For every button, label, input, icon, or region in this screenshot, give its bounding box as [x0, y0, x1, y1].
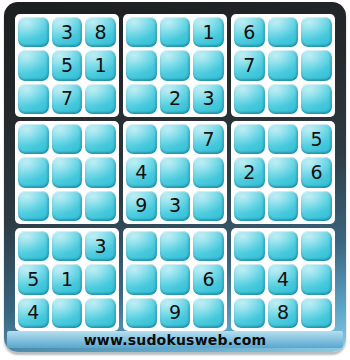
cell-r8c7[interactable]: [234, 264, 265, 294]
cell-r8c5[interactable]: [160, 264, 191, 294]
cell-r3c1[interactable]: [18, 84, 49, 114]
box-6: 526: [231, 121, 335, 224]
box-5: 7493: [123, 121, 227, 224]
cell-r2c2[interactable]: 5: [52, 50, 83, 80]
cell-r6c3[interactable]: [85, 191, 116, 221]
cell-r5c8[interactable]: [268, 157, 299, 187]
cell-r2c9[interactable]: [301, 50, 332, 80]
cell-r4c6[interactable]: 7: [193, 124, 224, 154]
cell-r5c2[interactable]: [52, 157, 83, 187]
cell-r4c1[interactable]: [18, 124, 49, 154]
cell-r4c5[interactable]: [160, 124, 191, 154]
cell-r4c7[interactable]: [234, 124, 265, 154]
cell-r8c2[interactable]: 1: [52, 264, 83, 294]
cell-r4c3[interactable]: [85, 124, 116, 154]
cell-r9c8[interactable]: 8: [268, 298, 299, 328]
cell-r6c9[interactable]: [301, 191, 332, 221]
sudoku-panel: 3851712367749352635146948 www.sudokusweb…: [4, 2, 346, 352]
cell-r7c6[interactable]: [193, 231, 224, 261]
cell-r2c5[interactable]: [160, 50, 191, 80]
cell-r6c2[interactable]: [52, 191, 83, 221]
cell-r3c9[interactable]: [301, 84, 332, 114]
cell-r1c6[interactable]: 1: [193, 17, 224, 47]
cell-r5c7[interactable]: 2: [234, 157, 265, 187]
cell-r9c6[interactable]: [193, 298, 224, 328]
cell-r7c2[interactable]: [52, 231, 83, 261]
cell-r3c3[interactable]: [85, 84, 116, 114]
cell-r9c7[interactable]: [234, 298, 265, 328]
cell-r1c2[interactable]: 3: [52, 17, 83, 47]
cell-r7c7[interactable]: [234, 231, 265, 261]
cell-r2c7[interactable]: 7: [234, 50, 265, 80]
box-2: 123: [123, 14, 227, 117]
cell-r2c3[interactable]: 1: [85, 50, 116, 80]
cell-r5c5[interactable]: [160, 157, 191, 187]
cell-r4c9[interactable]: 5: [301, 124, 332, 154]
cell-r9c3[interactable]: [85, 298, 116, 328]
cell-r7c5[interactable]: [160, 231, 191, 261]
cell-r1c9[interactable]: [301, 17, 332, 47]
cell-r2c4[interactable]: [126, 50, 157, 80]
box-3: 67: [231, 14, 335, 117]
cell-r4c2[interactable]: [52, 124, 83, 154]
cell-r1c1[interactable]: [18, 17, 49, 47]
cell-r8c3[interactable]: [85, 264, 116, 294]
cell-r5c6[interactable]: [193, 157, 224, 187]
cell-r4c4[interactable]: [126, 124, 157, 154]
cell-r3c8[interactable]: [268, 84, 299, 114]
cell-r6c1[interactable]: [18, 191, 49, 221]
cell-r1c3[interactable]: 8: [85, 17, 116, 47]
sudoku-board: 3851712367749352635146948: [15, 14, 335, 331]
cell-r1c4[interactable]: [126, 17, 157, 47]
cell-r8c8[interactable]: 4: [268, 264, 299, 294]
cell-r7c1[interactable]: [18, 231, 49, 261]
cell-r8c1[interactable]: 5: [18, 264, 49, 294]
box-8: 69: [123, 228, 227, 331]
cell-r6c5[interactable]: 3: [160, 191, 191, 221]
cell-r6c6[interactable]: [193, 191, 224, 221]
box-4: [15, 121, 119, 224]
cell-r3c6[interactable]: 3: [193, 84, 224, 114]
footer-band: www.sudokusweb.com: [7, 331, 343, 348]
cell-r2c8[interactable]: [268, 50, 299, 80]
cell-r7c4[interactable]: [126, 231, 157, 261]
cell-r6c7[interactable]: [234, 191, 265, 221]
sudoku-page: 3851712367749352635146948 www.sudokusweb…: [0, 0, 350, 360]
cell-r3c4[interactable]: [126, 84, 157, 114]
cell-r9c1[interactable]: 4: [18, 298, 49, 328]
cell-r9c9[interactable]: [301, 298, 332, 328]
box-9: 48: [231, 228, 335, 331]
cell-r6c8[interactable]: [268, 191, 299, 221]
cell-r1c7[interactable]: 6: [234, 17, 265, 47]
cell-r3c7[interactable]: [234, 84, 265, 114]
cell-r1c8[interactable]: [268, 17, 299, 47]
cell-r1c5[interactable]: [160, 17, 191, 47]
cell-r3c2[interactable]: 7: [52, 84, 83, 114]
cell-r7c9[interactable]: [301, 231, 332, 261]
cell-r9c2[interactable]: [52, 298, 83, 328]
cell-r8c4[interactable]: [126, 264, 157, 294]
site-url: www.sudokusweb.com: [84, 332, 267, 348]
cell-r2c6[interactable]: [193, 50, 224, 80]
cell-r5c3[interactable]: [85, 157, 116, 187]
box-7: 3514: [15, 228, 119, 331]
cell-r4c8[interactable]: [268, 124, 299, 154]
cell-r5c1[interactable]: [18, 157, 49, 187]
cell-r6c4[interactable]: 9: [126, 191, 157, 221]
cell-r3c5[interactable]: 2: [160, 84, 191, 114]
cell-r8c6[interactable]: 6: [193, 264, 224, 294]
cell-r2c1[interactable]: [18, 50, 49, 80]
cell-r7c3[interactable]: 3: [85, 231, 116, 261]
cell-r5c9[interactable]: 6: [301, 157, 332, 187]
cell-r9c5[interactable]: 9: [160, 298, 191, 328]
cell-r7c8[interactable]: [268, 231, 299, 261]
box-1: 38517: [15, 14, 119, 117]
cell-r9c4[interactable]: [126, 298, 157, 328]
cell-r8c9[interactable]: [301, 264, 332, 294]
cell-r5c4[interactable]: 4: [126, 157, 157, 187]
